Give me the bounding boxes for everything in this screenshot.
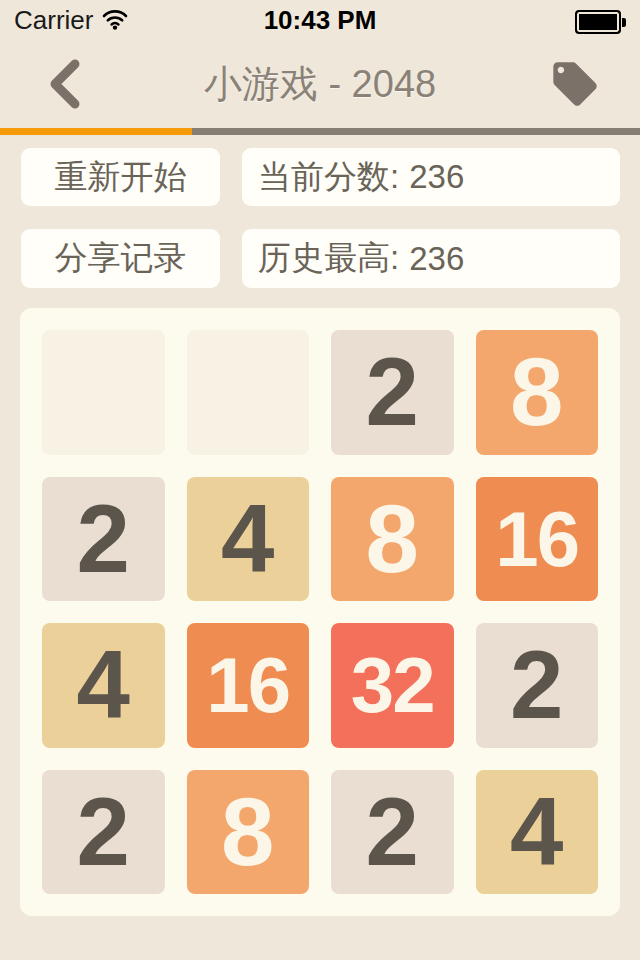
tile-16: 16 [187, 623, 310, 748]
tile-4: 4 [476, 770, 599, 895]
tile-16: 16 [476, 477, 599, 602]
empty-cell [187, 330, 310, 455]
progress-track [192, 128, 640, 135]
tile-4: 4 [187, 477, 310, 602]
best-score-value: 236 [409, 240, 464, 278]
tile-2: 2 [42, 477, 165, 602]
board-grid[interactable]: 28248164163222824 [20, 308, 620, 916]
progress-fill [0, 128, 192, 135]
tile-8: 8 [331, 477, 454, 602]
current-score-label: 当前分数: [258, 155, 399, 200]
tag-button[interactable] [548, 58, 602, 112]
empty-cell [42, 330, 165, 455]
best-score-box: 历史最高: 236 [242, 229, 620, 288]
share-button[interactable]: 分享记录 [21, 229, 220, 288]
tile-2: 2 [331, 770, 454, 895]
nav-bar: 小游戏 - 2048 [0, 40, 640, 128]
tile-8: 8 [476, 330, 599, 455]
tile-2: 2 [331, 330, 454, 455]
battery-icon [575, 10, 626, 34]
tile-4: 4 [42, 623, 165, 748]
page-title: 小游戏 - 2048 [0, 40, 640, 128]
restart-button[interactable]: 重新开始 [21, 148, 220, 206]
status-bar: Carrier 10:43 PM [0, 0, 640, 40]
tile-2: 2 [476, 623, 599, 748]
tile-32: 32 [331, 623, 454, 748]
tile-2: 2 [42, 770, 165, 895]
tile-8: 8 [187, 770, 310, 895]
clock-label: 10:43 PM [0, 0, 640, 40]
best-score-label: 历史最高: [258, 236, 399, 281]
current-score-value: 236 [409, 158, 464, 196]
current-score-box: 当前分数: 236 [242, 148, 620, 206]
progress-bar [0, 128, 640, 135]
tag-icon [549, 58, 601, 113]
